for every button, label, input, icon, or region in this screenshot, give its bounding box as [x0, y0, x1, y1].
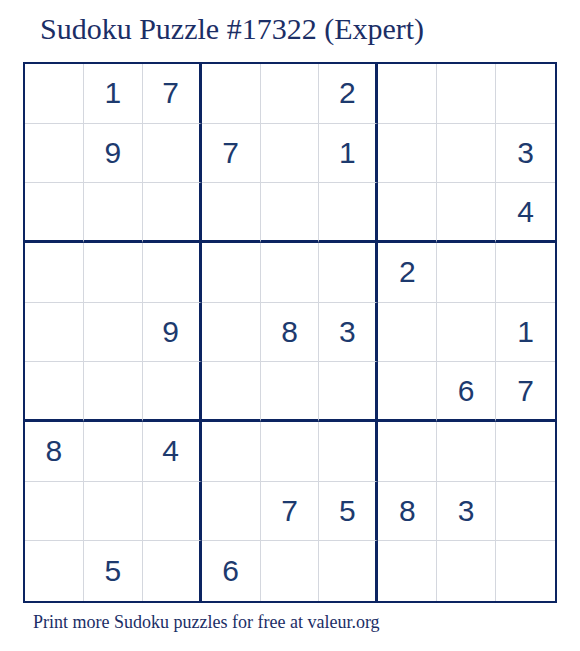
cell-r7c4 [202, 422, 261, 482]
cell-r2c9: 3 [496, 124, 555, 184]
cell-r6c2 [84, 362, 143, 422]
cell-r4c8 [437, 243, 496, 303]
cell-r8c2 [84, 482, 143, 542]
cell-r6c5 [261, 362, 320, 422]
cell-r6c7 [378, 362, 437, 422]
cell-r5c7 [378, 303, 437, 363]
cell-r2c5 [261, 124, 320, 184]
cell-r9c2: 5 [84, 541, 143, 601]
cell-r3c1 [25, 183, 84, 243]
cell-r4c3 [143, 243, 202, 303]
cell-r2c2: 9 [84, 124, 143, 184]
cell-r7c9 [496, 422, 555, 482]
cell-r2c1 [25, 124, 84, 184]
page-title: Sudoku Puzzle #17322 (Expert) [40, 12, 424, 46]
sudoku-grid: 17297134298316784758356 [23, 62, 557, 603]
cell-r8c3 [143, 482, 202, 542]
cell-r8c4 [202, 482, 261, 542]
cell-r3c5 [261, 183, 320, 243]
cell-r9c1 [25, 541, 84, 601]
cell-r8c1 [25, 482, 84, 542]
cell-r3c4 [202, 183, 261, 243]
cell-r6c1 [25, 362, 84, 422]
cell-r1c5 [261, 64, 320, 124]
cell-r3c9: 4 [496, 183, 555, 243]
cell-r4c4 [202, 243, 261, 303]
cell-r9c3 [143, 541, 202, 601]
cell-r6c9: 7 [496, 362, 555, 422]
cell-r7c5 [261, 422, 320, 482]
cell-r6c4 [202, 362, 261, 422]
cell-r5c3: 9 [143, 303, 202, 363]
cell-r6c3 [143, 362, 202, 422]
cell-r5c8 [437, 303, 496, 363]
cell-r5c1 [25, 303, 84, 363]
cell-r1c8 [437, 64, 496, 124]
cell-r9c4: 6 [202, 541, 261, 601]
cell-r3c8 [437, 183, 496, 243]
cell-r8c5: 7 [261, 482, 320, 542]
cell-r2c8 [437, 124, 496, 184]
footer-text: Print more Sudoku puzzles for free at va… [33, 612, 380, 633]
cell-r3c3 [143, 183, 202, 243]
cell-r7c7 [378, 422, 437, 482]
cell-r6c8: 6 [437, 362, 496, 422]
cell-r7c8 [437, 422, 496, 482]
cell-r7c1: 8 [25, 422, 84, 482]
cell-r5c2 [84, 303, 143, 363]
cell-r8c8: 3 [437, 482, 496, 542]
cell-r7c2 [84, 422, 143, 482]
cell-r2c4: 7 [202, 124, 261, 184]
cell-r4c9 [496, 243, 555, 303]
cell-r6c6 [319, 362, 378, 422]
cell-r8c6: 5 [319, 482, 378, 542]
cell-r2c6: 1 [319, 124, 378, 184]
cell-r1c9 [496, 64, 555, 124]
cell-r4c7: 2 [378, 243, 437, 303]
cell-r1c3: 7 [143, 64, 202, 124]
cell-r3c7 [378, 183, 437, 243]
cell-r8c7: 8 [378, 482, 437, 542]
cell-r5c9: 1 [496, 303, 555, 363]
cell-r1c4 [202, 64, 261, 124]
cell-r4c6 [319, 243, 378, 303]
cell-r5c6: 3 [319, 303, 378, 363]
cell-r9c5 [261, 541, 320, 601]
cell-r7c3: 4 [143, 422, 202, 482]
cell-r1c6: 2 [319, 64, 378, 124]
cell-r3c2 [84, 183, 143, 243]
cell-r9c9 [496, 541, 555, 601]
cell-r1c2: 1 [84, 64, 143, 124]
cell-r4c2 [84, 243, 143, 303]
cell-r7c6 [319, 422, 378, 482]
cell-r8c9 [496, 482, 555, 542]
cell-r9c8 [437, 541, 496, 601]
cell-r2c7 [378, 124, 437, 184]
cell-r2c3 [143, 124, 202, 184]
cell-r1c1 [25, 64, 84, 124]
cell-r4c1 [25, 243, 84, 303]
cell-r9c7 [378, 541, 437, 601]
cell-r5c4 [202, 303, 261, 363]
cell-r4c5 [261, 243, 320, 303]
cell-r5c5: 8 [261, 303, 320, 363]
cell-r9c6 [319, 541, 378, 601]
cell-r3c6 [319, 183, 378, 243]
cell-r1c7 [378, 64, 437, 124]
